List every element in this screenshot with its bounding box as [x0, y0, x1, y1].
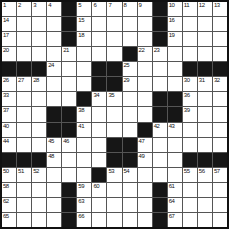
- grid-cell[interactable]: [32, 47, 46, 61]
- grid-cell[interactable]: [77, 153, 91, 167]
- grid-cell[interactable]: [47, 213, 61, 227]
- grid-cell[interactable]: [17, 123, 31, 137]
- grid-cell[interactable]: 35: [107, 92, 121, 106]
- grid-cell[interactable]: [32, 17, 46, 31]
- grid-cell[interactable]: [123, 183, 137, 197]
- grid-cell[interactable]: 12: [198, 2, 212, 16]
- grid-cell[interactable]: [153, 153, 167, 167]
- clue-number: 30: [184, 77, 190, 84]
- grid-cell[interactable]: [123, 123, 137, 137]
- clue-number: 33: [3, 92, 9, 99]
- clue-number: 19: [169, 32, 175, 39]
- black-cell: [107, 77, 121, 91]
- grid-cell[interactable]: [32, 92, 46, 106]
- grid-cell[interactable]: 16: [168, 17, 182, 31]
- grid-cell[interactable]: 57: [213, 168, 227, 182]
- grid-cell[interactable]: 64: [168, 198, 182, 212]
- grid-cell[interactable]: 24: [47, 62, 61, 76]
- clue-number: 23: [154, 47, 160, 54]
- grid-cell[interactable]: 41: [77, 123, 91, 137]
- grid-cell[interactable]: [32, 198, 46, 212]
- grid-cell[interactable]: [198, 213, 212, 227]
- clue-number: 7: [108, 2, 111, 9]
- grid-cell[interactable]: 40: [2, 123, 16, 137]
- black-cell: [138, 123, 152, 137]
- grid-cell[interactable]: 65: [2, 213, 16, 227]
- clue-number: 65: [3, 213, 9, 220]
- clue-number: 46: [63, 138, 69, 145]
- clue-number: 15: [78, 17, 84, 24]
- grid-cell[interactable]: 58: [2, 183, 16, 197]
- grid-cell[interactable]: [92, 153, 106, 167]
- clue-number: 47: [139, 138, 145, 145]
- grid-cell[interactable]: 37: [2, 107, 16, 121]
- grid-cell[interactable]: [198, 17, 212, 31]
- clue-number: 55: [184, 168, 190, 175]
- grid-cell[interactable]: 27: [17, 77, 31, 91]
- black-cell: [92, 62, 106, 76]
- grid-cell[interactable]: 38: [77, 107, 91, 121]
- grid-cell[interactable]: 1: [2, 2, 16, 16]
- black-cell: [62, 213, 76, 227]
- clue-number: 21: [63, 47, 69, 54]
- black-cell: [168, 107, 182, 121]
- grid-cell[interactable]: [198, 198, 212, 212]
- clue-number: 61: [169, 183, 175, 190]
- grid-cell[interactable]: [107, 123, 121, 137]
- grid-cell[interactable]: [123, 107, 137, 121]
- grid-cell[interactable]: [123, 213, 137, 227]
- grid-cell[interactable]: [17, 198, 31, 212]
- clue-number: 9: [139, 2, 142, 9]
- grid-cell[interactable]: 21: [62, 47, 76, 61]
- grid-cell[interactable]: 7: [107, 2, 121, 16]
- clue-number: 16: [169, 17, 175, 24]
- clue-number: 20: [3, 47, 9, 54]
- black-cell: [153, 17, 167, 31]
- clue-number: 41: [78, 123, 84, 130]
- black-cell: [62, 107, 76, 121]
- grid-cell[interactable]: [198, 47, 212, 61]
- grid-cell[interactable]: [213, 123, 227, 137]
- clue-number: 14: [3, 17, 9, 24]
- grid-cell[interactable]: [198, 138, 212, 152]
- grid-cell[interactable]: [153, 62, 167, 76]
- grid-cell[interactable]: [32, 183, 46, 197]
- clue-number: 10: [169, 2, 175, 9]
- clue-number: 63: [78, 198, 84, 205]
- grid-cell[interactable]: 29: [123, 77, 137, 91]
- grid-cell[interactable]: 18: [77, 32, 91, 46]
- grid-cell[interactable]: [213, 213, 227, 227]
- black-cell: [92, 168, 106, 182]
- black-cell: [62, 17, 76, 31]
- grid-cell[interactable]: [213, 138, 227, 152]
- grid-cell[interactable]: 8: [123, 2, 137, 16]
- grid-cell[interactable]: [168, 153, 182, 167]
- grid-cell[interactable]: 43: [168, 123, 182, 137]
- clue-number: 26: [3, 77, 9, 84]
- grid-cell[interactable]: [107, 32, 121, 46]
- clue-number: 28: [33, 77, 39, 84]
- grid-cell[interactable]: [138, 32, 152, 46]
- black-cell: [213, 153, 227, 167]
- grid-cell[interactable]: 36: [183, 92, 197, 106]
- grid-cell[interactable]: 42: [153, 123, 167, 137]
- black-cell: [213, 62, 227, 76]
- clue-number: 11: [184, 2, 189, 9]
- grid-cell[interactable]: 62: [2, 198, 16, 212]
- grid-cell[interactable]: [92, 17, 106, 31]
- clue-number: 59: [78, 183, 84, 190]
- clue-number: 49: [139, 153, 145, 160]
- clue-number: 8: [124, 2, 127, 9]
- grid-cell[interactable]: [92, 213, 106, 227]
- grid-cell[interactable]: 67: [168, 213, 182, 227]
- grid-cell[interactable]: [17, 107, 31, 121]
- black-cell: [153, 92, 167, 106]
- grid-cell[interactable]: 46: [62, 138, 76, 152]
- grid-cell[interactable]: [77, 62, 91, 76]
- grid-cell[interactable]: [153, 77, 167, 91]
- grid-cell[interactable]: 9: [138, 2, 152, 16]
- grid-cell[interactable]: [62, 153, 76, 167]
- clue-number: 29: [124, 77, 130, 84]
- black-cell: [32, 153, 46, 167]
- grid-cell[interactable]: [168, 77, 182, 91]
- grid-cell[interactable]: 50: [2, 168, 16, 182]
- clue-number: 54: [124, 168, 130, 175]
- grid-cell[interactable]: 54: [123, 168, 137, 182]
- clue-number: 44: [3, 138, 9, 145]
- black-cell: [183, 153, 197, 167]
- clue-number: 58: [3, 183, 9, 190]
- black-cell: [2, 62, 16, 76]
- clue-number: 6: [93, 2, 96, 9]
- clue-number: 52: [33, 168, 39, 175]
- grid-cell[interactable]: [213, 198, 227, 212]
- clue-number: 53: [108, 168, 114, 175]
- clue-number: 3: [33, 2, 36, 9]
- grid-cell[interactable]: 14: [2, 17, 16, 31]
- grid-cell[interactable]: [17, 32, 31, 46]
- grid-cell[interactable]: [32, 107, 46, 121]
- clue-number: 56: [199, 168, 205, 175]
- grid-cell[interactable]: [198, 183, 212, 197]
- grid-cell[interactable]: 44: [2, 138, 16, 152]
- grid-cell[interactable]: [77, 138, 91, 152]
- black-cell: [62, 32, 76, 46]
- clue-number: 64: [169, 198, 175, 205]
- grid-cell[interactable]: [168, 62, 182, 76]
- clue-number: 4: [48, 2, 51, 9]
- black-cell: [32, 62, 46, 76]
- grid-cell[interactable]: [107, 47, 121, 61]
- grid-cell[interactable]: [213, 107, 227, 121]
- clue-number: 1: [3, 2, 6, 9]
- grid-cell[interactable]: [213, 47, 227, 61]
- grid-cell[interactable]: [183, 32, 197, 46]
- grid-cell[interactable]: 45: [47, 138, 61, 152]
- grid-cell[interactable]: [47, 17, 61, 31]
- grid-cell[interactable]: 26: [2, 77, 16, 91]
- grid-cell[interactable]: [138, 107, 152, 121]
- black-cell: [92, 77, 106, 91]
- black-cell: [62, 198, 76, 212]
- grid-cell[interactable]: 47: [138, 138, 152, 152]
- grid-cell[interactable]: 48: [47, 153, 61, 167]
- grid-cell[interactable]: 33: [2, 92, 16, 106]
- grid-cell[interactable]: [213, 17, 227, 31]
- grid-cell[interactable]: [17, 17, 31, 31]
- grid-cell[interactable]: 19: [168, 32, 182, 46]
- grid-cell[interactable]: [47, 47, 61, 61]
- grid-cell[interactable]: 4: [47, 2, 61, 16]
- grid-cell[interactable]: [92, 123, 106, 137]
- black-cell: [2, 153, 16, 167]
- grid-cell[interactable]: 30: [183, 77, 197, 91]
- black-cell: [62, 2, 76, 16]
- grid-cell[interactable]: 53: [107, 168, 121, 182]
- grid-cell[interactable]: 23: [153, 47, 167, 61]
- grid-cell[interactable]: [32, 32, 46, 46]
- grid-cell[interactable]: 5: [77, 2, 91, 16]
- grid-cell[interactable]: [32, 123, 46, 137]
- grid-cell[interactable]: 52: [32, 168, 46, 182]
- black-cell: [123, 153, 137, 167]
- clue-number: 45: [48, 138, 54, 145]
- grid-cell[interactable]: [168, 138, 182, 152]
- grid-cell[interactable]: [138, 92, 152, 106]
- grid-cell[interactable]: [138, 17, 152, 31]
- grid-cell[interactable]: 25: [123, 62, 137, 76]
- grid-cell[interactable]: [77, 77, 91, 91]
- grid-cell[interactable]: [47, 168, 61, 182]
- grid-cell[interactable]: [92, 107, 106, 121]
- grid-cell[interactable]: 59: [77, 183, 91, 197]
- black-cell: [198, 153, 212, 167]
- black-cell: [47, 123, 61, 137]
- grid-cell[interactable]: 31: [198, 77, 212, 91]
- grid-cell[interactable]: 39: [183, 107, 197, 121]
- grid-cell[interactable]: [77, 47, 91, 61]
- grid-cell[interactable]: [17, 213, 31, 227]
- clue-number: 66: [78, 213, 84, 220]
- grid-cell[interactable]: [92, 47, 106, 61]
- clue-number: 25: [124, 62, 130, 69]
- grid-cell[interactable]: [198, 32, 212, 46]
- grid-cell[interactable]: 11: [183, 2, 197, 16]
- grid-cell[interactable]: [168, 47, 182, 61]
- grid-cell[interactable]: 60: [92, 183, 106, 197]
- grid-cell[interactable]: [198, 123, 212, 137]
- grid-cell[interactable]: 15: [77, 17, 91, 31]
- grid-cell[interactable]: [213, 183, 227, 197]
- black-cell: [183, 62, 197, 76]
- grid-cell[interactable]: [183, 198, 197, 212]
- clue-number: 27: [18, 77, 24, 84]
- clue-number: 32: [214, 77, 220, 84]
- black-cell: [153, 2, 167, 16]
- black-cell: [77, 92, 91, 106]
- grid-cell[interactable]: [138, 168, 152, 182]
- grid-cell[interactable]: 22: [138, 47, 152, 61]
- black-cell: [168, 92, 182, 106]
- clue-number: 12: [199, 2, 205, 9]
- grid-cell[interactable]: 51: [17, 168, 31, 182]
- black-cell: [153, 213, 167, 227]
- clue-number: 51: [18, 168, 24, 175]
- grid-cell[interactable]: [123, 17, 137, 31]
- grid-cell[interactable]: [47, 32, 61, 46]
- grid-cell[interactable]: [183, 213, 197, 227]
- clue-number: 18: [78, 32, 84, 39]
- black-cell: [107, 153, 121, 167]
- grid-cell[interactable]: 66: [77, 213, 91, 227]
- clue-number: 67: [169, 213, 175, 220]
- black-cell: [107, 138, 121, 152]
- black-cell: [153, 198, 167, 212]
- black-cell: [153, 183, 167, 197]
- grid-cell[interactable]: 13: [213, 2, 227, 16]
- grid-cell[interactable]: [123, 92, 137, 106]
- grid-cell[interactable]: [17, 47, 31, 61]
- clue-number: 34: [93, 92, 99, 99]
- grid-cell[interactable]: [47, 198, 61, 212]
- black-cell: [153, 107, 167, 121]
- grid-cell[interactable]: [138, 198, 152, 212]
- grid-cell[interactable]: 32: [213, 77, 227, 91]
- grid-cell[interactable]: [107, 213, 121, 227]
- grid-cell[interactable]: 2: [17, 2, 31, 16]
- clue-number: 60: [93, 183, 99, 190]
- grid-cell[interactable]: [183, 138, 197, 152]
- black-cell: [153, 32, 167, 46]
- grid-cell[interactable]: [47, 77, 61, 91]
- grid-cell[interactable]: [17, 183, 31, 197]
- grid-cell[interactable]: 49: [138, 153, 152, 167]
- grid-cell[interactable]: [47, 92, 61, 106]
- black-cell: [62, 183, 76, 197]
- grid-cell[interactable]: 63: [77, 198, 91, 212]
- grid-cell[interactable]: 28: [32, 77, 46, 91]
- black-cell: [62, 123, 76, 137]
- grid-cell[interactable]: [153, 138, 167, 152]
- grid-cell[interactable]: [138, 213, 152, 227]
- grid-cell[interactable]: 20: [2, 47, 16, 61]
- grid-cell[interactable]: [17, 138, 31, 152]
- grid-cell[interactable]: [198, 92, 212, 106]
- clue-number: 36: [184, 92, 190, 99]
- grid-cell[interactable]: [32, 213, 46, 227]
- grid-cell[interactable]: [107, 183, 121, 197]
- grid-cell[interactable]: 55: [183, 168, 197, 182]
- black-cell: [47, 107, 61, 121]
- grid-cell[interactable]: [168, 168, 182, 182]
- grid-cell[interactable]: [138, 62, 152, 76]
- grid-cell[interactable]: [47, 183, 61, 197]
- grid-cell[interactable]: [123, 32, 137, 46]
- grid-cell[interactable]: [183, 183, 197, 197]
- grid-cell[interactable]: [62, 92, 76, 106]
- clue-number: 13: [214, 2, 220, 9]
- grid-cell[interactable]: [92, 32, 106, 46]
- grid-cell[interactable]: 6: [92, 2, 106, 16]
- grid-cell[interactable]: 56: [198, 168, 212, 182]
- grid-cell[interactable]: 10: [168, 2, 182, 16]
- grid-cell[interactable]: [153, 168, 167, 182]
- clue-number: 17: [3, 32, 9, 39]
- clue-number: 31: [199, 77, 205, 84]
- grid-cell[interactable]: [92, 138, 106, 152]
- clue-number: 35: [108, 92, 114, 99]
- grid-cell[interactable]: [17, 92, 31, 106]
- grid-cell[interactable]: [183, 123, 197, 137]
- grid-cell[interactable]: [138, 183, 152, 197]
- clue-number: 50: [3, 168, 9, 175]
- black-cell: [17, 62, 31, 76]
- clue-number: 57: [214, 168, 220, 175]
- grid-cell[interactable]: [92, 198, 106, 212]
- grid-cell[interactable]: [32, 138, 46, 152]
- grid-cell[interactable]: 3: [32, 2, 46, 16]
- grid-cell[interactable]: [183, 47, 197, 61]
- grid-cell[interactable]: [62, 77, 76, 91]
- grid-cell[interactable]: [62, 62, 76, 76]
- grid-cell[interactable]: [198, 107, 212, 121]
- clue-number: 43: [169, 123, 175, 130]
- grid-cell[interactable]: [123, 198, 137, 212]
- grid-cell[interactable]: [107, 198, 121, 212]
- grid-cell[interactable]: [138, 77, 152, 91]
- black-cell: [198, 62, 212, 76]
- black-cell: [123, 138, 137, 152]
- clue-number: 24: [48, 62, 54, 69]
- crossword-grid: 1234567891011121314151617181920212223242…: [0, 0, 229, 229]
- grid-cell[interactable]: 17: [2, 32, 16, 46]
- clue-number: 42: [154, 123, 160, 130]
- grid-cell[interactable]: [107, 107, 121, 121]
- grid-cell[interactable]: [62, 168, 76, 182]
- grid-cell[interactable]: 34: [92, 92, 106, 106]
- black-cell: [107, 62, 121, 76]
- clue-number: 22: [139, 47, 145, 54]
- grid-cell[interactable]: [213, 92, 227, 106]
- grid-cell[interactable]: [77, 168, 91, 182]
- black-cell: [17, 153, 31, 167]
- grid-cell[interactable]: [213, 32, 227, 46]
- grid-cell[interactable]: 61: [168, 183, 182, 197]
- clue-number: 62: [3, 198, 9, 205]
- black-cell: [123, 47, 137, 61]
- clue-number: 40: [3, 123, 9, 130]
- clue-number: 48: [48, 153, 54, 160]
- grid-cell[interactable]: [107, 17, 121, 31]
- clue-number: 5: [78, 2, 81, 9]
- clue-number: 2: [18, 2, 21, 9]
- clue-number: 37: [3, 107, 9, 114]
- grid-cell[interactable]: [183, 17, 197, 31]
- clue-number: 39: [184, 107, 190, 114]
- clue-number: 38: [78, 107, 84, 114]
